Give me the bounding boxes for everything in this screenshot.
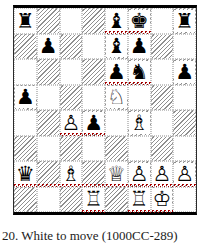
square-a4 (14, 110, 37, 136)
square-e4 (105, 110, 128, 136)
piece-black-pawn: ♟ (38, 35, 59, 57)
square-f5 (128, 85, 151, 111)
square-e5: ♘ (105, 85, 128, 111)
square-d4: ♟ (82, 110, 105, 136)
square-e7: ♝ (105, 34, 128, 60)
square-a2: ♛ (14, 161, 37, 187)
square-b5 (37, 85, 60, 111)
square-b2 (37, 161, 60, 187)
piece-white-pawn: ♙ (129, 163, 150, 185)
square-g2: ♙ (151, 161, 174, 187)
square-a8: ♜ (14, 8, 37, 34)
square-f2: ♙ (128, 161, 151, 187)
square-f4: ♗ (128, 110, 151, 136)
square-c2: ♗ (60, 161, 83, 187)
square-g1: ♔ (151, 187, 174, 213)
square-a1 (14, 187, 37, 213)
square-e8: ♝ (105, 8, 128, 34)
square-h5 (173, 85, 196, 111)
piece-black-bishop: ♝ (106, 10, 127, 32)
square-c1 (60, 187, 83, 213)
square-c6 (60, 59, 83, 85)
square-f7: ♟ (128, 34, 151, 60)
piece-white-rook: ♖ (83, 188, 104, 210)
square-h6: ♟ (173, 59, 196, 85)
square-a6 (14, 59, 37, 85)
piece-white-rook: ♖ (129, 188, 150, 210)
piece-black-pawn: ♟ (129, 35, 150, 57)
square-h2: ♙ (173, 161, 196, 187)
square-d6 (82, 59, 105, 85)
square-b3 (37, 136, 60, 162)
piece-black-bishop: ♝ (106, 35, 127, 57)
square-a5: ♟ (14, 85, 37, 111)
square-h7 (173, 34, 196, 60)
square-d5 (82, 85, 105, 111)
piece-white-pawn: ♙ (174, 163, 195, 185)
square-h1 (173, 187, 196, 213)
square-g8 (151, 8, 174, 34)
piece-black-queen: ♛ (15, 163, 36, 185)
piece-black-king: ♚ (129, 10, 150, 32)
square-f3 (128, 136, 151, 162)
caption: 20. White to move (1000CC-289) (2, 228, 178, 244)
square-h3 (173, 136, 196, 162)
piece-white-bishop: ♗ (129, 112, 150, 134)
square-b7: ♟ (37, 34, 60, 60)
square-g6 (151, 59, 174, 85)
piece-white-knight: ♘ (106, 86, 127, 108)
square-b6 (37, 59, 60, 85)
square-a7 (14, 34, 37, 60)
piece-white-queen: ♕ (106, 163, 127, 185)
square-c4: ♙ (60, 110, 83, 136)
piece-black-pawn: ♟ (106, 61, 127, 83)
square-c7 (60, 34, 83, 60)
piece-white-pawn: ♙ (151, 163, 172, 185)
square-d3 (82, 136, 105, 162)
square-h8: ♜ (173, 8, 196, 34)
square-e2: ♕ (105, 161, 128, 187)
square-g5 (151, 85, 174, 111)
square-g4 (151, 110, 174, 136)
square-f8: ♚ (128, 8, 151, 34)
piece-white-bishop: ♗ (60, 163, 81, 185)
square-b1 (37, 187, 60, 213)
square-d1: ♖ (82, 187, 105, 213)
square-e6: ♟ (105, 59, 128, 85)
square-b8 (37, 8, 60, 34)
piece-black-pawn: ♟ (15, 86, 36, 108)
square-e1 (105, 187, 128, 213)
board-grid: ♜♝♚♜♟♝♟♟♞♟♟♘♙♟♗♛♗♕♙♙♙♖♖♔ (14, 8, 196, 212)
square-e3 (105, 136, 128, 162)
square-c5 (60, 85, 83, 111)
square-b4 (37, 110, 60, 136)
square-f6: ♞ (128, 59, 151, 85)
piece-white-king: ♔ (151, 188, 172, 210)
chess-board: ♜♝♚♜♟♝♟♟♞♟♟♘♙♟♗♛♗♕♙♙♙♖♖♔ (13, 5, 197, 215)
square-g7 (151, 34, 174, 60)
square-d7 (82, 34, 105, 60)
piece-black-rook: ♜ (15, 10, 36, 32)
piece-black-pawn: ♟ (83, 112, 104, 134)
square-f1: ♖ (128, 187, 151, 213)
piece-black-knight: ♞ (129, 61, 150, 83)
square-g3 (151, 136, 174, 162)
piece-white-pawn: ♙ (60, 112, 81, 134)
square-c3 (60, 136, 83, 162)
piece-black-rook: ♜ (174, 10, 195, 32)
square-c8 (60, 8, 83, 34)
square-h4 (173, 110, 196, 136)
square-d8 (82, 8, 105, 34)
square-a3 (14, 136, 37, 162)
square-d2 (82, 161, 105, 187)
piece-black-pawn: ♟ (174, 61, 195, 83)
document-page: ♜♝♚♜♟♝♟♟♞♟♟♘♙♟♗♛♗♕♙♙♙♖♖♔ 20. White to mo… (0, 0, 204, 252)
